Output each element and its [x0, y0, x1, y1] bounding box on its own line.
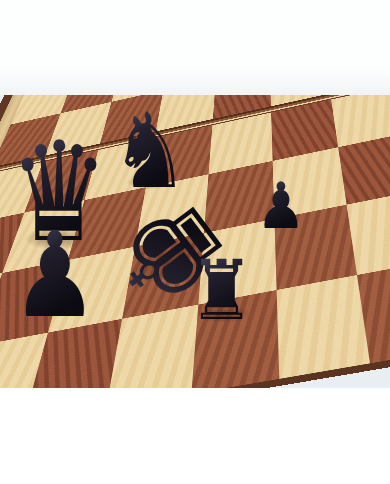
background-bottom — [0, 388, 390, 484]
black-rook[interactable]: ♜ — [185, 249, 258, 332]
square-f1 — [277, 275, 370, 379]
board-photo: ♛ ♞ ♟ ♟ ♜ ♚ — [0, 0, 390, 484]
black-pawn-left[interactable]: ♟ — [7, 216, 104, 334]
black-pawn-right[interactable]: ♟ — [253, 174, 308, 238]
background-top — [0, 0, 390, 95]
